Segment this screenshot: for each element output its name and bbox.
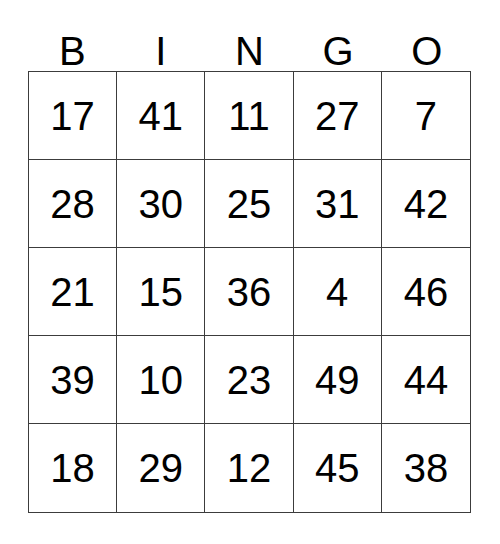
bingo-cell-r4c2[interactable]: 10: [117, 336, 205, 424]
bingo-cell-r3c2[interactable]: 15: [117, 248, 205, 336]
bingo-cell-r5c4[interactable]: 45: [294, 424, 382, 512]
header-letter-o: O: [382, 0, 471, 71]
bingo-cell-r5c1[interactable]: 18: [29, 424, 117, 512]
bingo-cell-r1c3[interactable]: 11: [205, 72, 293, 160]
bingo-cell-r4c1[interactable]: 39: [29, 336, 117, 424]
bingo-cell-r4c4[interactable]: 49: [294, 336, 382, 424]
bingo-cell-r4c5[interactable]: 44: [382, 336, 470, 424]
header-letter-b: B: [28, 0, 117, 71]
header-letter-n: N: [205, 0, 294, 71]
bingo-cell-r2c1[interactable]: 28: [29, 160, 117, 248]
bingo-cell-r5c3[interactable]: 12: [205, 424, 293, 512]
bingo-cell-r1c5[interactable]: 7: [382, 72, 470, 160]
bingo-cell-r3c1[interactable]: 21: [29, 248, 117, 336]
bingo-cell-r4c3[interactable]: 23: [205, 336, 293, 424]
bingo-cell-r3c4[interactable]: 4: [294, 248, 382, 336]
bingo-grid: 17 41 11 27 7 28 30 25 31 42 21 15 36 4 …: [28, 71, 471, 513]
bingo-cell-r2c5[interactable]: 42: [382, 160, 470, 248]
bingo-cell-r2c4[interactable]: 31: [294, 160, 382, 248]
bingo-cell-r1c2[interactable]: 41: [117, 72, 205, 160]
header-letter-i: I: [117, 0, 206, 71]
bingo-cell-r3c3[interactable]: 36: [205, 248, 293, 336]
bingo-cell-r2c2[interactable]: 30: [117, 160, 205, 248]
bingo-card: B I N G O 17 41 11 27 7 28 30 25 31 42 2…: [0, 0, 500, 544]
bingo-cell-r1c1[interactable]: 17: [29, 72, 117, 160]
bingo-cell-r3c5[interactable]: 46: [382, 248, 470, 336]
bingo-header: B I N G O: [28, 0, 471, 71]
bingo-cell-r2c3[interactable]: 25: [205, 160, 293, 248]
header-letter-g: G: [294, 0, 383, 71]
bingo-cell-r1c4[interactable]: 27: [294, 72, 382, 160]
bingo-cell-r5c2[interactable]: 29: [117, 424, 205, 512]
bingo-cell-r5c5[interactable]: 38: [382, 424, 470, 512]
